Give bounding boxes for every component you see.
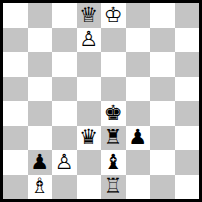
square-e2[interactable]: ♝ [101, 150, 126, 175]
square-a3[interactable] [3, 126, 28, 151]
square-d7[interactable]: ♙ [77, 28, 102, 53]
square-d3[interactable]: ♛ [77, 126, 102, 151]
square-h6[interactable] [175, 52, 200, 77]
square-d2[interactable] [77, 150, 102, 175]
chess-diagram: ♛♕♔♙♚♛♜♖♟♟♙♝♗♖ [0, 0, 202, 202]
square-f5[interactable] [126, 77, 151, 102]
square-a6[interactable] [3, 52, 28, 77]
white-rook-piece[interactable]: ♖ [104, 176, 123, 197]
black-queen-piece[interactable]: ♛ [79, 127, 98, 148]
square-e3[interactable]: ♜♖ [101, 126, 126, 151]
square-f3[interactable]: ♟ [126, 126, 151, 151]
chess-board: ♛♕♔♙♚♛♜♖♟♟♙♝♗♖ [0, 0, 202, 202]
square-f1[interactable] [126, 175, 151, 200]
square-h1[interactable] [175, 175, 200, 200]
square-g1[interactable] [150, 175, 175, 200]
black-pawn-piece[interactable]: ♟ [30, 152, 49, 173]
square-c3[interactable] [52, 126, 77, 151]
square-e8[interactable]: ♔ [101, 3, 126, 28]
square-b6[interactable] [28, 52, 53, 77]
square-c5[interactable] [52, 77, 77, 102]
square-b1[interactable]: ♗ [28, 175, 53, 200]
square-f8[interactable] [126, 3, 151, 28]
square-b5[interactable] [28, 77, 53, 102]
square-a4[interactable] [3, 101, 28, 126]
square-a7[interactable] [3, 28, 28, 53]
square-f2[interactable] [126, 150, 151, 175]
square-d1[interactable] [77, 175, 102, 200]
square-g4[interactable] [150, 101, 175, 126]
white-bishop-piece[interactable]: ♗ [30, 176, 49, 197]
square-g8[interactable] [150, 3, 175, 28]
square-f4[interactable] [126, 101, 151, 126]
square-d4[interactable] [77, 101, 102, 126]
square-h3[interactable] [175, 126, 200, 151]
square-c6[interactable] [52, 52, 77, 77]
square-h4[interactable] [175, 101, 200, 126]
square-g2[interactable] [150, 150, 175, 175]
black-pawn-piece[interactable]: ♟ [128, 127, 147, 148]
square-g3[interactable] [150, 126, 175, 151]
square-d8[interactable]: ♛♕ [77, 3, 102, 28]
square-h8[interactable] [175, 3, 200, 28]
square-c7[interactable] [52, 28, 77, 53]
square-c4[interactable] [52, 101, 77, 126]
square-e6[interactable] [101, 52, 126, 77]
square-d5[interactable] [77, 77, 102, 102]
square-g7[interactable] [150, 28, 175, 53]
square-b7[interactable] [28, 28, 53, 53]
white-king-piece[interactable]: ♔ [104, 5, 123, 26]
neutral-rook-piece[interactable]: ♜♖ [101, 126, 126, 151]
square-d6[interactable] [77, 52, 102, 77]
square-c1[interactable] [52, 175, 77, 200]
square-f7[interactable] [126, 28, 151, 53]
black-bishop-piece[interactable]: ♝ [104, 152, 123, 173]
white-pawn-piece[interactable]: ♙ [55, 152, 74, 173]
square-b8[interactable] [28, 3, 53, 28]
square-a2[interactable] [3, 150, 28, 175]
square-g5[interactable] [150, 77, 175, 102]
square-a8[interactable] [3, 3, 28, 28]
square-b3[interactable] [28, 126, 53, 151]
square-h5[interactable] [175, 77, 200, 102]
square-a1[interactable] [3, 175, 28, 200]
square-f6[interactable] [126, 52, 151, 77]
square-e1[interactable]: ♖ [101, 175, 126, 200]
square-b2[interactable]: ♟ [28, 150, 53, 175]
square-h2[interactable] [175, 150, 200, 175]
square-h7[interactable] [175, 28, 200, 53]
square-e4[interactable]: ♚ [101, 101, 126, 126]
square-e7[interactable] [101, 28, 126, 53]
neutral-queen-piece[interactable]: ♛♕ [77, 3, 102, 28]
black-king-piece[interactable]: ♚ [104, 103, 123, 124]
square-b4[interactable] [28, 101, 53, 126]
square-g6[interactable] [150, 52, 175, 77]
white-pawn-piece[interactable]: ♙ [79, 29, 98, 50]
square-a5[interactable] [3, 77, 28, 102]
square-c8[interactable] [52, 3, 77, 28]
square-c2[interactable]: ♙ [52, 150, 77, 175]
square-e5[interactable] [101, 77, 126, 102]
